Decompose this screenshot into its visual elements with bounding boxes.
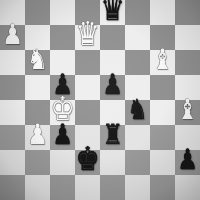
- square-g2[interactable]: [150, 150, 175, 175]
- piece-black-queen[interactable]: ♛: [100, 0, 124, 24]
- square-h6[interactable]: [175, 50, 200, 75]
- square-g5[interactable]: [150, 75, 175, 100]
- piece-white-bishop[interactable]: ♝: [152, 46, 173, 74]
- square-e8[interactable]: ♛: [100, 0, 125, 25]
- square-c1[interactable]: [50, 175, 75, 200]
- square-g6[interactable]: ♝: [150, 50, 175, 75]
- square-f8[interactable]: [125, 0, 150, 25]
- square-a1[interactable]: [0, 175, 25, 200]
- square-a6[interactable]: [0, 50, 25, 75]
- square-g1[interactable]: [150, 175, 175, 200]
- square-e7[interactable]: [100, 25, 125, 50]
- square-d1[interactable]: [75, 175, 100, 200]
- square-a4[interactable]: [0, 100, 25, 125]
- square-a5[interactable]: [0, 75, 25, 100]
- square-g4[interactable]: [150, 100, 175, 125]
- piece-white-bishop[interactable]: ♝: [177, 96, 198, 124]
- piece-black-rook[interactable]: ♜: [102, 121, 123, 149]
- square-d5[interactable]: [75, 75, 100, 100]
- square-e5[interactable]: ♟: [100, 75, 125, 100]
- piece-black-king[interactable]: ♚: [75, 144, 99, 175]
- square-d6[interactable]: [75, 50, 100, 75]
- square-d2[interactable]: ♚: [75, 150, 100, 175]
- piece-white-pawn[interactable]: ♟: [2, 21, 23, 49]
- square-e1[interactable]: [100, 175, 125, 200]
- chess-board: ♛♟♛♞♝♟♟♚♞♝♟♟♜♚♟: [0, 0, 200, 200]
- square-h2[interactable]: ♟: [175, 150, 200, 175]
- square-g3[interactable]: [150, 125, 175, 150]
- square-a2[interactable]: [0, 150, 25, 175]
- square-c2[interactable]: [50, 150, 75, 175]
- square-f4[interactable]: ♞: [125, 100, 150, 125]
- square-c7[interactable]: [50, 25, 75, 50]
- square-f6[interactable]: [125, 50, 150, 75]
- piece-white-queen[interactable]: ♛: [75, 19, 99, 50]
- square-d4[interactable]: [75, 100, 100, 125]
- chess-board-photo: ♛♟♛♞♝♟♟♚♞♝♟♟♜♚♟: [0, 0, 200, 200]
- square-f1[interactable]: [125, 175, 150, 200]
- square-f7[interactable]: [125, 25, 150, 50]
- square-d7[interactable]: ♛: [75, 25, 100, 50]
- square-e2[interactable]: [100, 150, 125, 175]
- square-c3[interactable]: ♟: [50, 125, 75, 150]
- piece-white-pawn[interactable]: ♟: [27, 121, 48, 149]
- square-h4[interactable]: ♝: [175, 100, 200, 125]
- piece-black-pawn[interactable]: ♟: [177, 146, 198, 174]
- square-e3[interactable]: ♜: [100, 125, 125, 150]
- square-h8[interactable]: [175, 0, 200, 25]
- square-b1[interactable]: [25, 175, 50, 200]
- square-b6[interactable]: ♞: [25, 50, 50, 75]
- square-h1[interactable]: [175, 175, 200, 200]
- square-f3[interactable]: [125, 125, 150, 150]
- square-c8[interactable]: [50, 0, 75, 25]
- piece-black-pawn[interactable]: ♟: [102, 71, 123, 99]
- piece-black-pawn[interactable]: ♟: [52, 121, 73, 149]
- square-b2[interactable]: [25, 150, 50, 175]
- square-g8[interactable]: [150, 0, 175, 25]
- piece-black-knight[interactable]: ♞: [127, 96, 148, 124]
- square-f2[interactable]: [125, 150, 150, 175]
- square-a7[interactable]: ♟: [0, 25, 25, 50]
- square-b3[interactable]: ♟: [25, 125, 50, 150]
- piece-white-knight[interactable]: ♞: [27, 46, 48, 74]
- square-b8[interactable]: [25, 0, 50, 25]
- square-a3[interactable]: [0, 125, 25, 150]
- square-h7[interactable]: [175, 25, 200, 50]
- square-b5[interactable]: [25, 75, 50, 100]
